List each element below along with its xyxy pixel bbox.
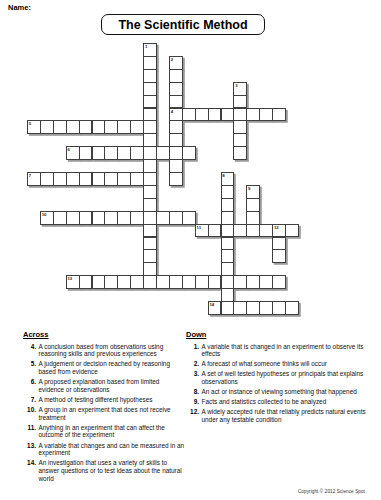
clue-item: 3.A set of well tested hypotheses or pri…: [186, 370, 376, 385]
grid-cell[interactable]: [272, 249, 286, 263]
clue-item-number: 5.: [23, 360, 39, 375]
crossword-grid: 1234567891011121314: [27, 43, 299, 315]
clue-item-text: A group in an experiment that does not r…: [39, 406, 187, 421]
grid-cell[interactable]: [53, 172, 67, 186]
grid-cell[interactable]: [143, 95, 157, 109]
grid-cell[interactable]: 7: [27, 172, 41, 186]
grid-cell[interactable]: [130, 172, 144, 186]
clue-item: 4.A conclusion based from observations u…: [23, 343, 186, 358]
clue-item-number: 2.: [186, 360, 202, 368]
grid-cell[interactable]: [221, 211, 235, 225]
grid-cell[interactable]: [143, 198, 157, 212]
grid-cell[interactable]: [182, 211, 196, 225]
grid-cell[interactable]: [246, 211, 260, 225]
grid-cell[interactable]: [169, 211, 183, 225]
name-label: Name:: [8, 3, 31, 12]
grid-cell[interactable]: [117, 120, 131, 134]
grid-cell[interactable]: [246, 198, 260, 212]
clue-item-text: A method of testing different hypotheses: [39, 396, 153, 404]
grid-cell[interactable]: [143, 108, 157, 122]
grid-cell[interactable]: [143, 172, 157, 186]
grid-cell[interactable]: [130, 275, 144, 289]
clue-number: 4: [171, 109, 173, 114]
grid-cell[interactable]: 4: [169, 108, 183, 122]
grid-cell[interactable]: [221, 249, 235, 263]
grid-cell[interactable]: [104, 275, 118, 289]
grid-cell[interactable]: [169, 146, 183, 160]
grid-cell[interactable]: [79, 120, 93, 134]
grid-cell[interactable]: [233, 301, 247, 315]
grid-cell[interactable]: [208, 108, 222, 122]
grid-cell[interactable]: [130, 211, 144, 225]
clue-number: 1: [145, 44, 147, 49]
clue-number: 2: [171, 57, 173, 62]
clue-item: 10.A group in an experiment that does no…: [23, 406, 186, 421]
clue-item: 9.Facts and statistics collected to be a…: [186, 398, 376, 406]
clue-item-number: 3.: [186, 370, 202, 385]
grid-cell[interactable]: 9: [246, 185, 260, 199]
grid-cell[interactable]: [92, 120, 106, 134]
clue-item-text: Facts and statistics collected to be ana…: [202, 398, 327, 406]
grid-cell[interactable]: [195, 275, 209, 289]
grid-cell[interactable]: [182, 275, 196, 289]
grid-cell[interactable]: [156, 146, 170, 160]
grid-cell[interactable]: [104, 211, 118, 225]
grid-cell[interactable]: [221, 288, 235, 302]
grid-cell[interactable]: [143, 211, 157, 225]
grid-cell[interactable]: [285, 224, 299, 238]
clue-number: 13: [67, 276, 72, 281]
clue-item-text: Anything in an experiment that can affec…: [39, 424, 187, 439]
grid-cell[interactable]: 5: [27, 120, 41, 134]
clue-item-number: 1.: [186, 343, 202, 358]
grid-cell[interactable]: [221, 108, 235, 122]
page-title: The Scientific Method: [118, 18, 247, 32]
grid-cell[interactable]: [169, 159, 183, 173]
down-clue-list: Down 1.A variable that is changed in an …: [186, 330, 376, 426]
grid-cell[interactable]: 12: [272, 224, 286, 238]
grid-cell[interactable]: [233, 108, 247, 122]
grid-cell[interactable]: [182, 146, 196, 160]
down-clues: 1.A variable that is changed in an exper…: [186, 343, 376, 424]
grid-cell[interactable]: [246, 301, 260, 315]
clue-item: 5.A judgement or decision reached by rea…: [23, 360, 186, 375]
grid-cell[interactable]: [92, 275, 106, 289]
grid-cell[interactable]: 10: [40, 211, 54, 225]
grid-cell[interactable]: [66, 211, 80, 225]
grid-cell[interactable]: [272, 237, 286, 251]
grid-cell[interactable]: [40, 120, 54, 134]
clue-number: 8: [222, 173, 224, 178]
across-clues: 4.A conclusion based from observations u…: [23, 343, 186, 483]
grid-cell[interactable]: [233, 120, 247, 134]
clue-item: 6.A proposed explanation based from limi…: [23, 378, 186, 393]
grid-cell[interactable]: [143, 159, 157, 173]
clue-item-number: 4.: [23, 343, 39, 358]
clue-item-number: 8.: [186, 388, 202, 396]
grid-cell[interactable]: [259, 275, 273, 289]
clue-item: 13.A variable that changes and can be me…: [23, 442, 186, 457]
clue-number: 5: [29, 121, 31, 126]
grid-cell[interactable]: [143, 262, 157, 276]
grid-cell[interactable]: [169, 69, 183, 83]
grid-cell[interactable]: [259, 301, 273, 315]
grid-cell[interactable]: [156, 275, 170, 289]
grid-cell[interactable]: 8: [221, 172, 235, 186]
grid-cell[interactable]: [143, 224, 157, 238]
grid-cell[interactable]: 11: [195, 224, 209, 238]
clue-item-text: An act or instance of viewing something …: [202, 388, 357, 396]
across-clue-list: Across 4.A conclusion based from observa…: [23, 330, 186, 485]
grid-cell[interactable]: [233, 224, 247, 238]
clue-item-text: A judgement or decision reached by reaso…: [39, 360, 187, 375]
grid-cell[interactable]: [221, 198, 235, 212]
grid-cell[interactable]: [117, 172, 131, 186]
clue-item: 11.Anything in an experiment that can af…: [23, 424, 186, 439]
grid-cell[interactable]: [79, 172, 93, 186]
clue-number: 11: [196, 225, 201, 230]
grid-cell[interactable]: [169, 133, 183, 147]
clue-number: 10: [42, 212, 47, 217]
grid-cell[interactable]: [117, 275, 131, 289]
grid-cell[interactable]: [143, 69, 157, 83]
grid-cell[interactable]: [143, 249, 157, 263]
clue-item-number: 14.: [23, 459, 39, 482]
grid-cell[interactable]: [66, 120, 80, 134]
grid-cell[interactable]: [272, 108, 286, 122]
clue-item-text: A conclusion based from observations usi…: [39, 343, 187, 358]
grid-cell[interactable]: [104, 172, 118, 186]
clue-item-number: 6.: [23, 378, 39, 393]
clue-item-number: 9.: [186, 398, 202, 406]
grid-cell[interactable]: [143, 275, 157, 289]
grid-cell[interactable]: [169, 275, 183, 289]
clue-item-number: 7.: [23, 396, 39, 404]
grid-cell[interactable]: [221, 224, 235, 238]
grid-cell[interactable]: [272, 301, 286, 315]
title-box: The Scientific Method: [101, 14, 265, 35]
clue-item-text: A set of well tested hypotheses or princ…: [202, 370, 377, 385]
grid-cell[interactable]: [233, 133, 247, 147]
grid-cell[interactable]: [40, 172, 54, 186]
grid-cell[interactable]: 13: [66, 275, 80, 289]
grid-cell[interactable]: [169, 95, 183, 109]
grid-cell[interactable]: [143, 56, 157, 70]
grid-cell[interactable]: [143, 237, 157, 251]
grid-cell[interactable]: [104, 146, 118, 160]
grid-cell[interactable]: [208, 224, 222, 238]
clue-item-text: A proposed explanation based from limite…: [39, 378, 187, 393]
grid-cell[interactable]: [79, 146, 93, 160]
grid-cell[interactable]: [195, 108, 209, 122]
grid-cell[interactable]: [92, 146, 106, 160]
worksheet-page: Name: The Scientific Method 123456789101…: [0, 0, 381, 500]
grid-cell[interactable]: 14: [208, 301, 222, 315]
clue-item-text: A variable that changes and can be measu…: [39, 442, 187, 457]
grid-cell[interactable]: [143, 120, 157, 134]
clue-number: 3: [235, 83, 237, 88]
grid-cell[interactable]: [259, 108, 273, 122]
grid-cell[interactable]: 6: [66, 146, 80, 160]
grid-cell[interactable]: [272, 275, 286, 289]
grid-cell[interactable]: [285, 301, 299, 315]
grid-cell[interactable]: [53, 211, 67, 225]
clue-item-number: 13.: [23, 442, 39, 457]
grid-cell[interactable]: [221, 185, 235, 199]
grid-cell[interactable]: [130, 120, 144, 134]
clue-item: 2.A forecast of what someone thinks will…: [186, 360, 376, 368]
grid-cell[interactable]: [143, 146, 157, 160]
grid-cell[interactable]: 3: [233, 82, 247, 96]
clue-number: 6: [67, 147, 69, 152]
grid-cell[interactable]: [221, 275, 235, 289]
grid-cell[interactable]: [233, 95, 247, 109]
grid-cell[interactable]: [92, 172, 106, 186]
across-heading: Across: [23, 330, 186, 339]
clue-item-number: 10.: [23, 406, 39, 421]
clue-item: 14.An investigation that uses a variety …: [23, 459, 186, 482]
grid-cell[interactable]: [259, 224, 273, 238]
clue-item: 7.A method of testing different hypothes…: [23, 396, 186, 404]
clue-item: 1.A variable that is changed in an exper…: [186, 343, 376, 358]
grid-cell[interactable]: [246, 224, 260, 238]
clue-number: 14: [209, 302, 214, 307]
grid-cell[interactable]: [233, 275, 247, 289]
grid-cell[interactable]: [156, 211, 170, 225]
grid-cell[interactable]: [246, 275, 260, 289]
grid-cell[interactable]: [117, 211, 131, 225]
grid-cell[interactable]: [143, 133, 157, 147]
grid-cell[interactable]: [143, 185, 157, 199]
grid-cell[interactable]: [53, 120, 67, 134]
grid-cell[interactable]: [169, 120, 183, 134]
clue-item: 12.A widely accepted rule that reliably …: [186, 408, 376, 423]
grid-cell[interactable]: [246, 108, 260, 122]
clue-item-text: A widely accepted rule that reliably pre…: [202, 408, 377, 423]
down-heading: Down: [186, 330, 376, 339]
clue-number: 12: [274, 225, 279, 230]
clue-item-number: 11.: [23, 424, 39, 439]
grid-cell[interactable]: [169, 82, 183, 96]
grid-cell[interactable]: [221, 301, 235, 315]
grid-cell[interactable]: [104, 120, 118, 134]
grid-cell[interactable]: [79, 275, 93, 289]
clue-item-number: 12.: [186, 408, 202, 423]
grid-cell[interactable]: [169, 172, 183, 186]
grid-cell[interactable]: [221, 262, 235, 276]
grid-cell[interactable]: [92, 211, 106, 225]
clue-item-text: An investigation that uses a variety of …: [39, 459, 187, 482]
grid-cell[interactable]: [143, 82, 157, 96]
grid-cell[interactable]: [130, 146, 144, 160]
grid-cell[interactable]: [79, 211, 93, 225]
grid-cell[interactable]: [182, 108, 196, 122]
clue-number: 9: [248, 186, 250, 191]
grid-cell[interactable]: [66, 172, 80, 186]
clue-number: 7: [29, 173, 31, 178]
clue-item-text: A variable that is changed in an experim…: [202, 343, 377, 358]
grid-cell[interactable]: [117, 146, 131, 160]
grid-cell[interactable]: [233, 146, 247, 160]
grid-cell[interactable]: 2: [169, 56, 183, 70]
copyright-notice: Copyright © 2012 Science Spot: [298, 489, 365, 494]
grid-cell[interactable]: [221, 237, 235, 251]
clue-item: 8.An act or instance of viewing somethin…: [186, 388, 376, 396]
grid-cell[interactable]: 1: [143, 43, 157, 57]
clue-item-text: A forecast of what someone thinks will o…: [202, 360, 327, 368]
grid-cell[interactable]: [208, 275, 222, 289]
